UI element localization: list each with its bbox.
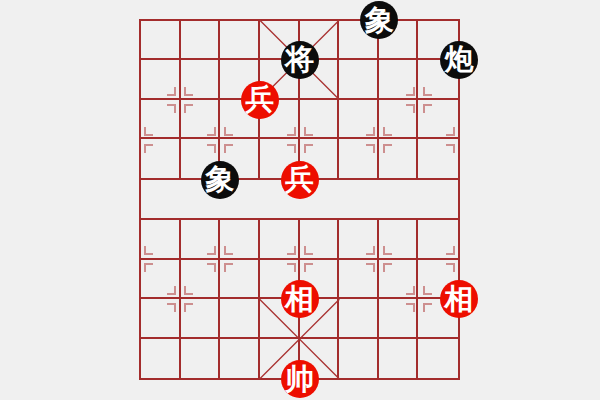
xiangqi-board[interactable]: 象将炮兵象兵相相帅 [139,19,460,380]
piece-black-general[interactable]: 将 [281,41,319,79]
piece-red-soldier[interactable]: 兵 [281,161,319,199]
piece-red-elephant[interactable]: 相 [281,280,319,318]
piece-red-soldier[interactable]: 兵 [241,81,279,119]
piece-red-general[interactable]: 帅 [281,360,319,398]
piece-black-elephant[interactable]: 象 [201,161,239,199]
pieces-layer: 象将炮兵象兵相相帅 [139,19,460,380]
piece-black-elephant[interactable]: 象 [360,1,398,39]
xiangqi-app: 象将炮兵象兵相相帅 [0,0,600,400]
piece-black-cannon[interactable]: 炮 [440,41,478,79]
piece-red-elephant[interactable]: 相 [440,280,478,318]
